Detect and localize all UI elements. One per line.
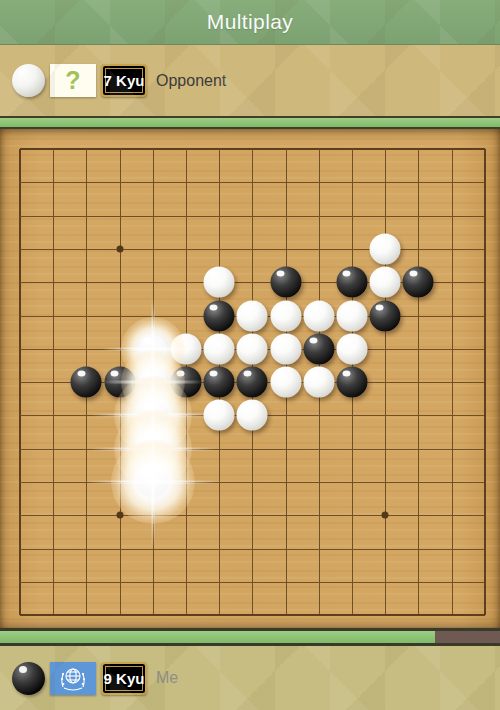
stone-black <box>337 267 368 298</box>
opponent-rank-badge: 7 Kyu <box>101 64 147 97</box>
my-timer-fill <box>0 631 435 643</box>
stone-black <box>104 367 135 398</box>
stone-white <box>171 333 202 364</box>
grid-line <box>385 149 386 615</box>
opponent-timer-bar <box>0 116 500 129</box>
stone-white <box>270 367 301 398</box>
opponent-name: Opponent <box>156 72 226 90</box>
grid-line <box>20 482 485 483</box>
stone-white <box>237 300 268 331</box>
stone-black <box>370 300 401 331</box>
stone-white <box>370 233 401 264</box>
un-flag-icon <box>50 662 96 695</box>
stone-black <box>204 367 235 398</box>
grid-line <box>20 582 485 583</box>
my-rank-badge: 9 Kyu <box>101 662 147 695</box>
goban-board[interactable] <box>0 129 500 628</box>
grid-line <box>484 149 486 615</box>
stone-white <box>237 333 268 364</box>
un-emblem-icon <box>54 665 92 692</box>
app-window: Multiplay ? 7 Kyu Opponent <box>0 0 500 710</box>
grid-line <box>20 515 485 516</box>
opponent-stone-avatar <box>12 64 45 97</box>
stone-black <box>270 267 301 298</box>
stone-black <box>237 367 268 398</box>
stone-white <box>337 300 368 331</box>
my-timer-track <box>0 631 500 643</box>
stone-black <box>337 367 368 398</box>
grid-line <box>418 149 419 615</box>
stone-white <box>370 267 401 298</box>
opponent-timer-track <box>0 118 500 127</box>
question-mark-icon: ? <box>65 68 80 93</box>
stone-white <box>303 367 334 398</box>
star-point <box>116 245 123 252</box>
grid-line <box>20 549 485 550</box>
my-bar: 9 Kyu Me <box>0 646 500 710</box>
my-timer-bar <box>0 628 500 646</box>
star-point <box>382 512 389 519</box>
stone-white <box>204 333 235 364</box>
stone-black-winning <box>137 433 168 464</box>
stone-black-winning <box>137 367 168 398</box>
stone-white <box>337 333 368 364</box>
stone-black <box>204 300 235 331</box>
star-point <box>116 512 123 519</box>
stone-white <box>270 300 301 331</box>
page-title: Multiplay <box>207 10 293 34</box>
header: Multiplay <box>0 0 500 45</box>
stone-black <box>403 267 434 298</box>
stone-white <box>204 400 235 431</box>
stone-black <box>71 367 102 398</box>
my-stone-avatar <box>12 662 45 695</box>
stone-black <box>171 367 202 398</box>
stone-white <box>237 400 268 431</box>
grid-line <box>20 614 485 616</box>
stone-black-winning <box>137 467 168 498</box>
opponent-bar: ? 7 Kyu Opponent <box>0 45 500 116</box>
stone-white <box>303 300 334 331</box>
stone-white <box>270 333 301 364</box>
my-rank-label: 9 Kyu <box>104 670 145 687</box>
grid-line <box>20 449 485 450</box>
stone-black <box>303 333 334 364</box>
opponent-rank-label: 7 Kyu <box>104 72 145 89</box>
opponent-timer-fill <box>0 118 500 127</box>
opponent-flag-unknown: ? <box>50 64 96 97</box>
grid-line <box>452 149 453 615</box>
stone-black-winning <box>137 400 168 431</box>
stone-black-winning <box>137 333 168 364</box>
stone-white <box>204 267 235 298</box>
my-name: Me <box>156 669 178 687</box>
